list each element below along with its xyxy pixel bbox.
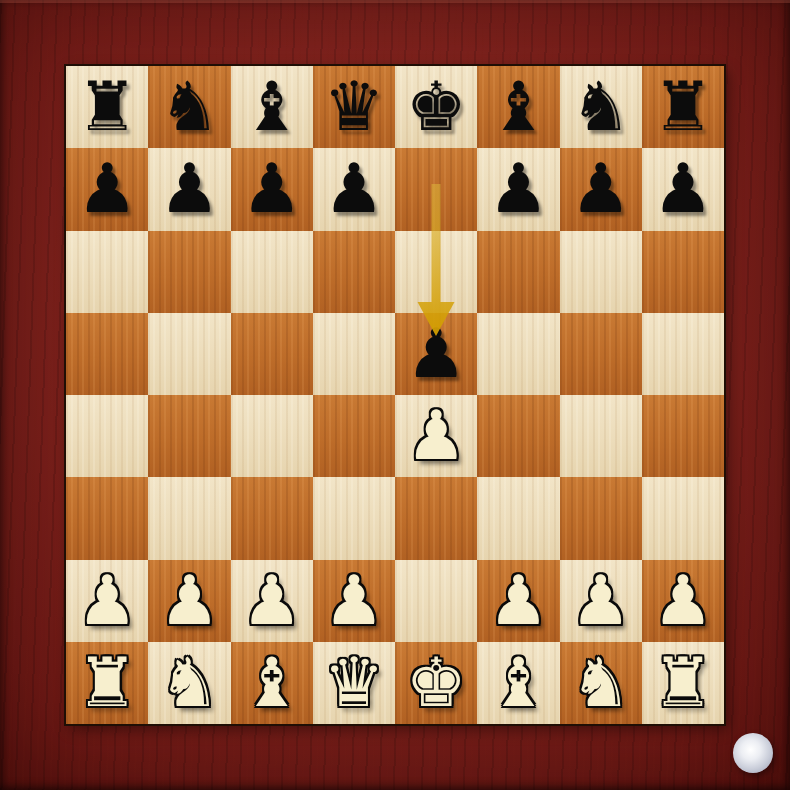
white-rook-a1[interactable]: ♜ bbox=[77, 642, 138, 724]
square-c3[interactable] bbox=[231, 477, 313, 559]
square-e3[interactable] bbox=[395, 477, 477, 559]
square-a1[interactable]: ♜ bbox=[66, 642, 148, 724]
black-pawn-d7[interactable]: ♟ bbox=[323, 148, 384, 230]
square-c4[interactable] bbox=[231, 395, 313, 477]
board: ♜♞♝♛♚♝♞♜♟♟♟♟♟♟♟♟♟♟♟♟♟♟♟♟♜♞♝♛♚♝♞♜ bbox=[66, 66, 724, 724]
black-pawn-f7[interactable]: ♟ bbox=[488, 148, 549, 230]
white-knight-g1[interactable]: ♞ bbox=[570, 642, 631, 724]
black-rook-a8[interactable]: ♜ bbox=[77, 66, 138, 148]
square-c2[interactable]: ♟ bbox=[231, 560, 313, 642]
square-f2[interactable]: ♟ bbox=[477, 560, 559, 642]
square-d7[interactable]: ♟ bbox=[313, 148, 395, 230]
white-pawn-e4[interactable]: ♟ bbox=[406, 395, 467, 477]
square-h2[interactable]: ♟ bbox=[642, 560, 724, 642]
square-a6[interactable] bbox=[66, 231, 148, 313]
black-pawn-e5[interactable]: ♟ bbox=[406, 313, 467, 395]
square-b1[interactable]: ♞ bbox=[148, 642, 230, 724]
square-f6[interactable] bbox=[477, 231, 559, 313]
white-bishop-c1[interactable]: ♝ bbox=[241, 642, 302, 724]
square-a5[interactable] bbox=[66, 313, 148, 395]
square-g6[interactable] bbox=[560, 231, 642, 313]
square-h8[interactable]: ♜ bbox=[642, 66, 724, 148]
white-to-move-indicator bbox=[733, 733, 773, 773]
square-g8[interactable]: ♞ bbox=[560, 66, 642, 148]
square-g7[interactable]: ♟ bbox=[560, 148, 642, 230]
square-b3[interactable] bbox=[148, 477, 230, 559]
square-e8[interactable]: ♚ bbox=[395, 66, 477, 148]
square-b7[interactable]: ♟ bbox=[148, 148, 230, 230]
white-queen-d1[interactable]: ♛ bbox=[323, 642, 384, 724]
white-pawn-b2[interactable]: ♟ bbox=[159, 560, 220, 642]
square-a7[interactable]: ♟ bbox=[66, 148, 148, 230]
white-pawn-h2[interactable]: ♟ bbox=[652, 560, 713, 642]
square-f5[interactable] bbox=[477, 313, 559, 395]
black-pawn-b7[interactable]: ♟ bbox=[159, 148, 220, 230]
white-bishop-f1[interactable]: ♝ bbox=[488, 642, 549, 724]
square-a4[interactable] bbox=[66, 395, 148, 477]
square-d5[interactable] bbox=[313, 313, 395, 395]
chess-app: ♜♞♝♛♚♝♞♜♟♟♟♟♟♟♟♟♟♟♟♟♟♟♟♟♜♞♝♛♚♝♞♜ bbox=[0, 0, 790, 790]
square-d4[interactable] bbox=[313, 395, 395, 477]
square-f8[interactable]: ♝ bbox=[477, 66, 559, 148]
black-pawn-c7[interactable]: ♟ bbox=[241, 148, 302, 230]
black-pawn-a7[interactable]: ♟ bbox=[77, 148, 138, 230]
square-c7[interactable]: ♟ bbox=[231, 148, 313, 230]
white-pawn-c2[interactable]: ♟ bbox=[241, 560, 302, 642]
square-e1[interactable]: ♚ bbox=[395, 642, 477, 724]
white-pawn-f2[interactable]: ♟ bbox=[488, 560, 549, 642]
white-knight-b1[interactable]: ♞ bbox=[159, 642, 220, 724]
square-h7[interactable]: ♟ bbox=[642, 148, 724, 230]
square-f1[interactable]: ♝ bbox=[477, 642, 559, 724]
black-king-e8[interactable]: ♚ bbox=[406, 66, 467, 148]
square-b2[interactable]: ♟ bbox=[148, 560, 230, 642]
black-knight-b8[interactable]: ♞ bbox=[159, 66, 220, 148]
square-e5[interactable]: ♟ bbox=[395, 313, 477, 395]
square-g1[interactable]: ♞ bbox=[560, 642, 642, 724]
square-d1[interactable]: ♛ bbox=[313, 642, 395, 724]
square-f4[interactable] bbox=[477, 395, 559, 477]
square-b4[interactable] bbox=[148, 395, 230, 477]
black-rook-h8[interactable]: ♜ bbox=[652, 66, 713, 148]
square-g5[interactable] bbox=[560, 313, 642, 395]
square-c5[interactable] bbox=[231, 313, 313, 395]
white-pawn-d2[interactable]: ♟ bbox=[323, 560, 384, 642]
square-b5[interactable] bbox=[148, 313, 230, 395]
square-b6[interactable] bbox=[148, 231, 230, 313]
square-g3[interactable] bbox=[560, 477, 642, 559]
square-a2[interactable]: ♟ bbox=[66, 560, 148, 642]
black-queen-d8[interactable]: ♛ bbox=[323, 66, 384, 148]
black-pawn-h7[interactable]: ♟ bbox=[652, 148, 713, 230]
square-c8[interactable]: ♝ bbox=[231, 66, 313, 148]
square-c6[interactable] bbox=[231, 231, 313, 313]
square-d8[interactable]: ♛ bbox=[313, 66, 395, 148]
black-bishop-f8[interactable]: ♝ bbox=[488, 66, 549, 148]
black-pawn-g7[interactable]: ♟ bbox=[570, 148, 631, 230]
white-king-e1[interactable]: ♚ bbox=[406, 642, 467, 724]
square-f3[interactable] bbox=[477, 477, 559, 559]
square-h1[interactable]: ♜ bbox=[642, 642, 724, 724]
square-g2[interactable]: ♟ bbox=[560, 560, 642, 642]
square-h5[interactable] bbox=[642, 313, 724, 395]
square-b8[interactable]: ♞ bbox=[148, 66, 230, 148]
black-knight-g8[interactable]: ♞ bbox=[570, 66, 631, 148]
square-h4[interactable] bbox=[642, 395, 724, 477]
square-d3[interactable] bbox=[313, 477, 395, 559]
square-d2[interactable]: ♟ bbox=[313, 560, 395, 642]
square-f7[interactable]: ♟ bbox=[477, 148, 559, 230]
square-a3[interactable] bbox=[66, 477, 148, 559]
square-a8[interactable]: ♜ bbox=[66, 66, 148, 148]
square-g4[interactable] bbox=[560, 395, 642, 477]
square-h3[interactable] bbox=[642, 477, 724, 559]
white-rook-h1[interactable]: ♜ bbox=[652, 642, 713, 724]
white-pawn-g2[interactable]: ♟ bbox=[570, 560, 631, 642]
white-pawn-a2[interactable]: ♟ bbox=[77, 560, 138, 642]
black-bishop-c8[interactable]: ♝ bbox=[241, 66, 302, 148]
square-h6[interactable] bbox=[642, 231, 724, 313]
square-d6[interactable] bbox=[313, 231, 395, 313]
square-e2[interactable] bbox=[395, 560, 477, 642]
square-e7[interactable] bbox=[395, 148, 477, 230]
square-e6[interactable] bbox=[395, 231, 477, 313]
square-c1[interactable]: ♝ bbox=[231, 642, 313, 724]
square-e4[interactable]: ♟ bbox=[395, 395, 477, 477]
